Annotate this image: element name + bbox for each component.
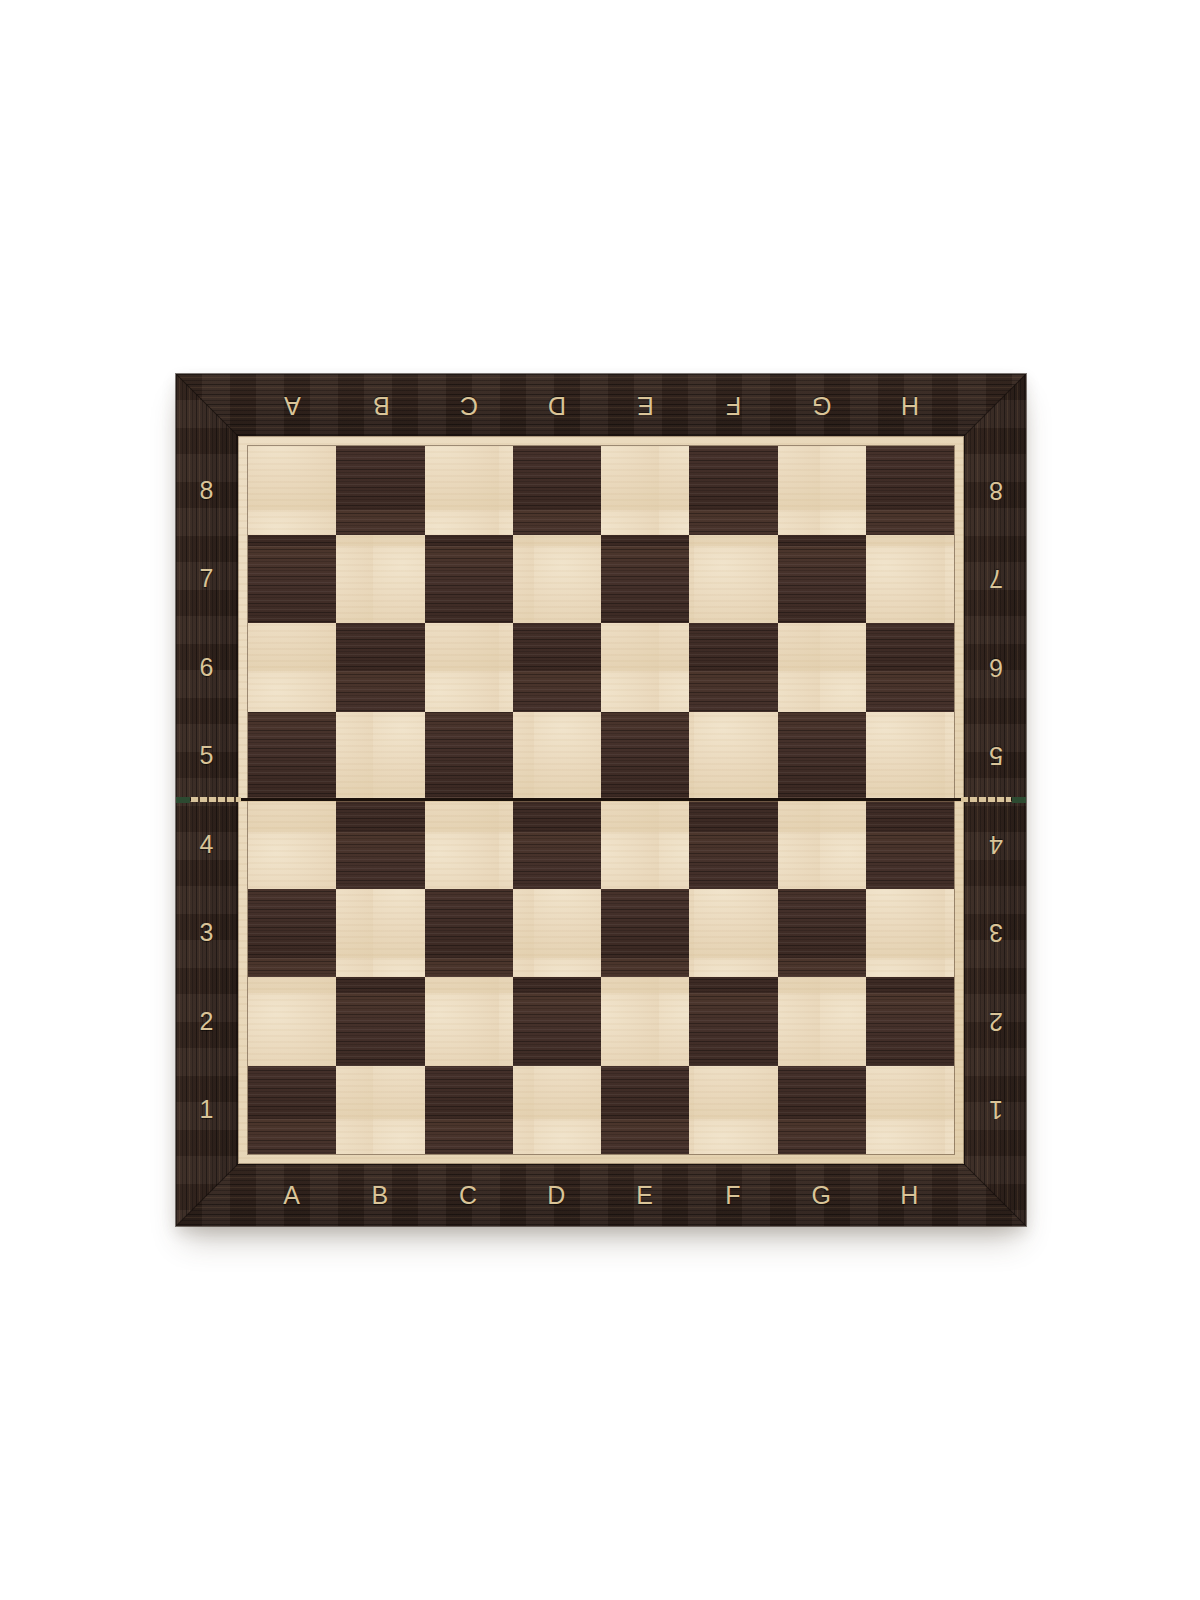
- square-c5[interactable]: [425, 712, 513, 801]
- square-b5[interactable]: [336, 712, 424, 801]
- square-e5[interactable]: [601, 712, 689, 801]
- square-a6[interactable]: [248, 623, 336, 712]
- square-f8[interactable]: [689, 446, 777, 535]
- square-h1[interactable]: [866, 1066, 954, 1155]
- maple-inlay-border: [238, 436, 964, 1164]
- square-e3[interactable]: [601, 889, 689, 978]
- square-h8[interactable]: [866, 446, 954, 535]
- square-g5[interactable]: [778, 712, 866, 801]
- board-frame-top: [176, 374, 1026, 436]
- board-grid: [248, 446, 954, 1154]
- square-g1[interactable]: [778, 1066, 866, 1155]
- square-a3[interactable]: [248, 889, 336, 978]
- square-b2[interactable]: [336, 977, 424, 1066]
- square-f2[interactable]: [689, 977, 777, 1066]
- square-a7[interactable]: [248, 535, 336, 624]
- square-b1[interactable]: [336, 1066, 424, 1155]
- board-frame-left: [176, 374, 238, 1226]
- square-d5[interactable]: [513, 712, 601, 801]
- square-f5[interactable]: [689, 712, 777, 801]
- square-d2[interactable]: [513, 977, 601, 1066]
- square-g7[interactable]: [778, 535, 866, 624]
- square-f3[interactable]: [689, 889, 777, 978]
- square-f7[interactable]: [689, 535, 777, 624]
- square-f1[interactable]: [689, 1066, 777, 1155]
- square-e8[interactable]: [601, 446, 689, 535]
- square-c4[interactable]: [425, 800, 513, 889]
- square-h2[interactable]: [866, 977, 954, 1066]
- square-a1[interactable]: [248, 1066, 336, 1155]
- square-g3[interactable]: [778, 889, 866, 978]
- square-b7[interactable]: [336, 535, 424, 624]
- board-frame-bottom: [176, 1164, 1026, 1226]
- square-e1[interactable]: [601, 1066, 689, 1155]
- square-g2[interactable]: [778, 977, 866, 1066]
- square-e6[interactable]: [601, 623, 689, 712]
- square-c1[interactable]: [425, 1066, 513, 1155]
- square-a4[interactable]: [248, 800, 336, 889]
- square-f4[interactable]: [689, 800, 777, 889]
- square-a2[interactable]: [248, 977, 336, 1066]
- square-a8[interactable]: [248, 446, 336, 535]
- square-g8[interactable]: [778, 446, 866, 535]
- square-b4[interactable]: [336, 800, 424, 889]
- square-a5[interactable]: [248, 712, 336, 801]
- square-e4[interactable]: [601, 800, 689, 889]
- square-d3[interactable]: [513, 889, 601, 978]
- square-h4[interactable]: [866, 800, 954, 889]
- square-d6[interactable]: [513, 623, 601, 712]
- square-h6[interactable]: [866, 623, 954, 712]
- square-c6[interactable]: [425, 623, 513, 712]
- square-d7[interactable]: [513, 535, 601, 624]
- photo-background: ABCDEFGH ABCDEFGH 87654321 87654321: [0, 0, 1200, 1600]
- chess-board: ABCDEFGH ABCDEFGH 87654321 87654321: [176, 374, 1026, 1226]
- square-b3[interactable]: [336, 889, 424, 978]
- square-g4[interactable]: [778, 800, 866, 889]
- square-h5[interactable]: [866, 712, 954, 801]
- square-b6[interactable]: [336, 623, 424, 712]
- square-e2[interactable]: [601, 977, 689, 1066]
- square-g6[interactable]: [778, 623, 866, 712]
- square-b8[interactable]: [336, 446, 424, 535]
- square-d4[interactable]: [513, 800, 601, 889]
- square-c7[interactable]: [425, 535, 513, 624]
- square-e7[interactable]: [601, 535, 689, 624]
- square-h3[interactable]: [866, 889, 954, 978]
- square-d8[interactable]: [513, 446, 601, 535]
- board-frame-right: [964, 374, 1026, 1226]
- square-c3[interactable]: [425, 889, 513, 978]
- square-f6[interactable]: [689, 623, 777, 712]
- square-c2[interactable]: [425, 977, 513, 1066]
- square-h7[interactable]: [866, 535, 954, 624]
- square-d1[interactable]: [513, 1066, 601, 1155]
- square-c8[interactable]: [425, 446, 513, 535]
